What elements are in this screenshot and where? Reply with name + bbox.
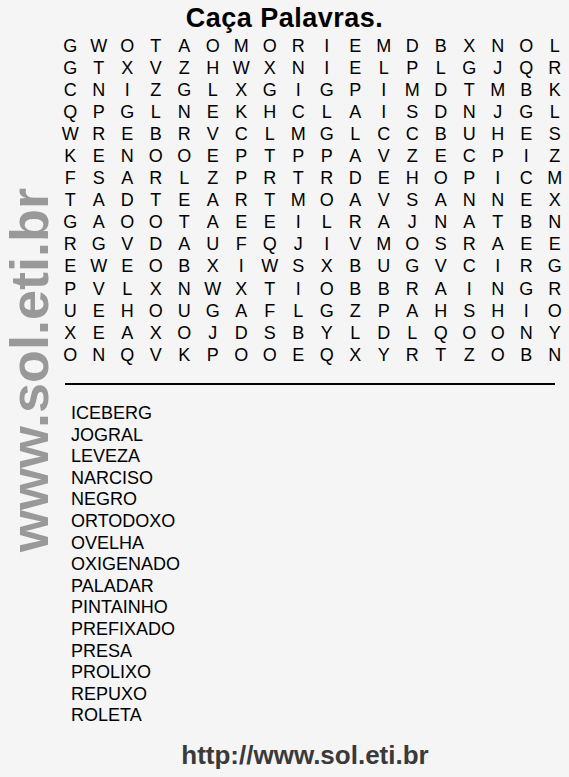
grid-cell[interactable]: H [484,300,513,322]
grid-cell[interactable]: G [313,123,342,145]
grid-cell[interactable]: N [85,344,114,366]
word-item: ICEBERG [71,403,180,425]
grid-cell[interactable]: N [427,212,456,234]
grid-cell[interactable]: E [113,256,142,278]
grid-cell[interactable]: W [256,256,285,278]
grid-cell[interactable]: E [170,190,199,212]
letter-grid: GWOTAOMORIEMDBXNOLGTXVZHWXNIELPLGJQRCNIZ… [56,35,569,366]
grid-cell[interactable]: I [484,256,513,278]
grid-cell[interactable]: O [313,190,342,212]
grid-cell[interactable]: L [427,57,456,79]
grid-cell[interactable]: D [427,101,456,123]
grid-cell[interactable]: I [512,300,541,322]
grid-cell[interactable]: N [85,79,114,101]
word-item: JOGRAL [71,425,180,447]
word-item: NARCISO [71,468,180,490]
grid-cell[interactable]: X [227,79,256,101]
grid-cell[interactable]: M [370,234,399,256]
grid-cell[interactable]: L [284,300,313,322]
grid-cell[interactable]: L [398,322,427,344]
word-item: PRESA [71,641,180,663]
grid-cell[interactable]: Z [170,57,199,79]
grid-cell[interactable]: O [113,212,142,234]
grid-cell[interactable]: Q [256,234,285,256]
grid-cell[interactable]: W [85,35,114,57]
grid-cell[interactable]: G [398,256,427,278]
grid-cell[interactable]: S [284,256,313,278]
word-item: NEGRO [71,489,180,511]
grid-cell[interactable]: G [512,101,541,123]
grid-cell[interactable]: X [199,256,228,278]
grid-cell[interactable]: C [512,168,541,190]
grid-cell[interactable]: Q [313,344,342,366]
grid-cell[interactable]: G [56,35,85,57]
grid-cell[interactable]: O [484,322,513,344]
grid-cell[interactable]: D [142,234,171,256]
grid-cell[interactable]: K [170,344,199,366]
grid-cell[interactable]: C [455,145,484,167]
grid-cell[interactable]: E [85,145,114,167]
grid-cell[interactable]: I [512,145,541,167]
grid-cell[interactable]: X [455,35,484,57]
grid-cell[interactable]: R [455,234,484,256]
grid-cell[interactable]: A [398,300,427,322]
grid-cell[interactable]: V [370,145,399,167]
grid-cell[interactable]: I [313,57,342,79]
grid-cell[interactable]: O [170,145,199,167]
grid-cell[interactable]: X [142,278,171,300]
grid-cell[interactable]: M [284,123,313,145]
grid-cell[interactable]: E [284,344,313,366]
grid-cell[interactable]: B [512,344,541,366]
grid-cell[interactable]: U [170,300,199,322]
grid-cell[interactable]: G [56,212,85,234]
grid-cell[interactable]: O [256,35,285,57]
grid-cell[interactable]: A [85,190,114,212]
grid-cell[interactable]: J [484,57,513,79]
grid-cell[interactable]: I [227,256,256,278]
word-item: OVELHA [71,533,180,555]
grid-cell[interactable]: F [56,168,85,190]
grid-cell[interactable]: R [227,190,256,212]
grid-cell[interactable]: Y [541,322,569,344]
grid-cell[interactable]: Z [199,168,228,190]
grid-cell[interactable]: N [541,344,569,366]
grid-cell[interactable]: T [142,35,171,57]
grid-cell[interactable]: G [313,79,342,101]
grid-cell[interactable]: E [85,300,114,322]
grid-cell[interactable]: M [370,35,399,57]
grid-cell[interactable]: X [56,322,85,344]
grid-cell[interactable]: T [256,145,285,167]
grid-cell[interactable]: V [341,234,370,256]
grid-cell[interactable]: R [512,256,541,278]
grid-cell[interactable]: H [199,57,228,79]
grid-cell[interactable]: T [256,190,285,212]
grid-cell[interactable]: E [227,212,256,234]
grid-cell[interactable]: L [113,278,142,300]
grid-cell[interactable]: N [484,278,513,300]
grid-cell[interactable]: E [56,256,85,278]
grid-cell[interactable]: R [170,123,199,145]
grid-cell[interactable]: B [341,278,370,300]
grid-cell[interactable]: R [256,168,285,190]
grid-cell[interactable]: S [256,322,285,344]
grid-cell[interactable]: Q [113,344,142,366]
grid-cell[interactable]: B [284,322,313,344]
grid-cell[interactable]: D [227,322,256,344]
grid-cell[interactable]: U [199,234,228,256]
word-item: PREFIXADO [71,619,180,641]
grid-cell[interactable]: R [284,35,313,57]
grid-cell[interactable]: U [370,256,399,278]
grid-cell[interactable]: A [370,212,399,234]
grid-cell[interactable]: I [113,79,142,101]
grid-cell[interactable]: I [370,101,399,123]
grid-cell[interactable]: Y [313,322,342,344]
grid-cell[interactable]: G [56,57,85,79]
grid-cell[interactable]: Z [142,79,171,101]
grid-cell[interactable]: J [398,212,427,234]
grid-cell[interactable]: O [113,35,142,57]
grid-cell[interactable]: T [85,57,114,79]
grid-cell[interactable]: N [113,145,142,167]
grid-cell[interactable]: Z [541,145,569,167]
grid-cell[interactable]: P [370,300,399,322]
grid-cell[interactable]: A [427,278,456,300]
grid-cell[interactable]: I [313,35,342,57]
grid-cell[interactable]: M [398,79,427,101]
grid-cell[interactable]: O [398,234,427,256]
grid-cell[interactable]: S [541,123,569,145]
grid-cell[interactable]: O [142,145,171,167]
grid-cell[interactable]: F [256,300,285,322]
grid-cell[interactable]: A [341,145,370,167]
grid-cell[interactable]: X [227,278,256,300]
grid-cell[interactable]: R [541,278,569,300]
grid-cell[interactable]: H [113,300,142,322]
grid-cell[interactable]: R [142,168,171,190]
grid-cell[interactable]: P [455,168,484,190]
grid-cell[interactable]: R [398,344,427,366]
grid-cell[interactable]: I [370,79,399,101]
grid-cell[interactable]: O [484,344,513,366]
grid-cell[interactable]: A [199,212,228,234]
grid-cell[interactable]: W [56,123,85,145]
grid-cell[interactable]: Q [56,101,85,123]
grid-cell[interactable]: O [541,300,569,322]
grid-cell[interactable]: G [85,234,114,256]
grid-cell[interactable]: P [85,101,114,123]
grid-cell[interactable]: A [427,190,456,212]
grid-cell[interactable]: D [113,190,142,212]
grid-cell[interactable]: R [541,57,569,79]
grid-cell[interactable]: A [113,322,142,344]
grid-cell[interactable]: V [199,123,228,145]
grid-cell[interactable]: B [370,278,399,300]
grid-cell[interactable]: H [256,101,285,123]
grid-cell[interactable]: N [170,101,199,123]
grid-cell[interactable]: L [370,57,399,79]
grid-cell[interactable]: G [455,57,484,79]
grid-cell[interactable]: K [56,145,85,167]
grid-cell[interactable]: E [541,234,569,256]
grid-cell[interactable]: W [227,57,256,79]
grid-cell[interactable]: G [256,79,285,101]
grid-cell[interactable]: D [398,35,427,57]
grid-cell[interactable]: I [484,168,513,190]
grid-cell[interactable]: X [341,344,370,366]
grid-cell[interactable]: T [256,278,285,300]
grid-cell[interactable]: N [512,322,541,344]
grid-cell[interactable]: R [85,123,114,145]
grid-cell[interactable]: P [227,145,256,167]
grid-cell[interactable]: E [427,145,456,167]
grid-cell[interactable]: Z [455,344,484,366]
grid-cell[interactable]: S [398,190,427,212]
grid-cell[interactable]: I [284,79,313,101]
grid-cell[interactable]: N [284,57,313,79]
grid-cell[interactable]: B [427,35,456,57]
grid-cell[interactable]: M [541,168,569,190]
grid-cell[interactable]: O [170,322,199,344]
grid-cell[interactable]: I [455,278,484,300]
grid-cell[interactable]: E [341,35,370,57]
grid-cell[interactable]: R [341,212,370,234]
grid-cell[interactable]: V [142,344,171,366]
page: www.sol.eti.br Caça Palavras. GWOTAOMORI… [0,0,569,777]
grid-cell[interactable]: O [427,168,456,190]
grid-cell[interactable]: O [512,35,541,57]
grid-cell[interactable]: B [142,123,171,145]
grid-cell[interactable]: I [284,278,313,300]
grid-cell[interactable]: G [199,300,228,322]
grid-cell[interactable]: T [455,79,484,101]
grid-cell[interactable]: E [113,123,142,145]
grid-cell[interactable]: L [341,322,370,344]
grid-cell[interactable]: R [56,234,85,256]
grid-cell[interactable]: C [56,79,85,101]
grid-cell[interactable]: G [313,300,342,322]
grid-cell[interactable]: S [85,168,114,190]
grid-cell[interactable]: X [142,322,171,344]
grid-cell[interactable]: Z [341,300,370,322]
grid-cell[interactable]: A [199,190,228,212]
grid-cell[interactable]: C [227,123,256,145]
grid-cell[interactable]: L [313,212,342,234]
grid-cell[interactable]: C [370,123,399,145]
grid-cell[interactable]: H [427,300,456,322]
grid-cell[interactable]: O [227,344,256,366]
grid-cell[interactable]: C [455,256,484,278]
grid-cell[interactable]: C [398,123,427,145]
grid-cell[interactable]: N [455,190,484,212]
word-item: PALADAR [71,576,180,598]
grid-cell[interactable]: M [227,35,256,57]
grid-cell[interactable]: L [199,79,228,101]
grid-cell[interactable]: A [227,300,256,322]
grid-cell[interactable]: A [455,212,484,234]
grid-cell[interactable]: I [284,212,313,234]
grid-cell[interactable]: L [170,168,199,190]
grid-cell[interactable]: L [142,101,171,123]
grid-cell[interactable]: U [56,300,85,322]
grid-cell[interactable]: L [541,101,569,123]
grid-cell[interactable]: V [427,256,456,278]
grid-cell[interactable]: X [541,190,569,212]
grid-cell[interactable]: N [484,190,513,212]
divider-line [65,383,555,385]
grid-cell[interactable]: D [370,322,399,344]
grid-cell[interactable]: E [512,190,541,212]
grid-cell[interactable]: J [284,234,313,256]
grid-cell[interactable]: L [541,35,569,57]
grid-cell[interactable]: R [398,278,427,300]
grid-cell[interactable]: V [85,278,114,300]
grid-cell[interactable]: X [113,57,142,79]
grid-cell[interactable]: A [113,168,142,190]
grid-cell[interactable]: T [142,190,171,212]
grid-cell[interactable]: P [227,168,256,190]
grid-cell[interactable]: Z [398,145,427,167]
word-item: ROLETA [71,705,180,727]
grid-cell[interactable]: S [427,234,456,256]
grid-cell[interactable]: G [512,278,541,300]
grid-cell[interactable]: N [541,212,569,234]
grid-cell[interactable]: U [455,123,484,145]
grid-cell[interactable]: D [341,168,370,190]
grid-cell[interactable]: E [370,168,399,190]
grid-cell[interactable]: A [85,212,114,234]
grid-cell[interactable]: A [341,101,370,123]
grid-cell[interactable]: E [512,123,541,145]
grid-cell[interactable]: T [284,168,313,190]
grid-cell[interactable]: W [85,256,114,278]
grid-cell[interactable]: C [284,101,313,123]
grid-cell[interactable]: D [427,79,456,101]
grid-cell[interactable]: M [284,190,313,212]
grid-cell[interactable]: V [142,57,171,79]
grid-cell[interactable]: Y [370,344,399,366]
grid-cell[interactable]: E [199,145,228,167]
grid-cell[interactable]: F [227,234,256,256]
grid-cell[interactable]: E [85,322,114,344]
grid-cell[interactable]: L [341,123,370,145]
grid-cell[interactable]: N [484,35,513,57]
grid-cell[interactable]: M [484,79,513,101]
grid-cell[interactable]: N [455,101,484,123]
grid-cell[interactable]: I [313,234,342,256]
grid-cell[interactable]: P [56,278,85,300]
grid-cell[interactable]: T [484,212,513,234]
word-item: PROLIXO [71,662,180,684]
grid-cell[interactable]: E [341,57,370,79]
word-item: ORTODOXO [71,511,180,533]
grid-cell[interactable]: A [484,234,513,256]
grid-cell[interactable]: G [170,79,199,101]
grid-cell[interactable]: B [341,256,370,278]
grid-cell[interactable]: X [313,256,342,278]
footer-url[interactable]: http://www.sol.eti.br [40,740,569,771]
grid-cell[interactable]: P [341,79,370,101]
watermark-vertical: www.sol.eti.br [0,160,59,580]
grid-cell[interactable]: P [284,145,313,167]
grid-cell[interactable]: K [541,79,569,101]
grid-cell[interactable]: G [541,256,569,278]
grid-cell[interactable]: H [398,168,427,190]
grid-cell[interactable]: B [512,212,541,234]
grid-cell[interactable]: N [170,278,199,300]
grid-cell[interactable]: O [56,344,85,366]
grid-cell[interactable]: Q [512,57,541,79]
grid-cell[interactable]: O [142,256,171,278]
grid-cell[interactable]: R [313,168,342,190]
grid-cell[interactable]: O [256,344,285,366]
grid-cell[interactable]: S [455,300,484,322]
grid-cell[interactable]: X [256,57,285,79]
grid-cell[interactable]: B [427,123,456,145]
grid-cell[interactable]: E [512,234,541,256]
grid-cell[interactable]: J [199,322,228,344]
grid-cell[interactable]: O [455,322,484,344]
grid-cell[interactable]: E [256,212,285,234]
grid-cell[interactable]: A [170,234,199,256]
grid-cell[interactable]: T [427,344,456,366]
grid-cell[interactable]: A [170,35,199,57]
grid-cell[interactable]: T [56,190,85,212]
grid-cell[interactable]: S [398,101,427,123]
grid-cell[interactable]: O [313,278,342,300]
grid-cell[interactable]: J [484,101,513,123]
puzzle-title: Caça Palavras. [0,3,569,34]
grid-cell[interactable]: W [199,278,228,300]
grid-cell[interactable]: H [484,123,513,145]
word-item: OXIGENADO [71,554,180,576]
grid-cell[interactable]: P [199,344,228,366]
grid-cell[interactable]: T [170,212,199,234]
grid-cell[interactable]: B [170,256,199,278]
grid-cell[interactable]: Q [427,322,456,344]
grid-cell[interactable]: L [256,123,285,145]
grid-cell[interactable]: P [484,145,513,167]
grid-cell[interactable]: K [227,101,256,123]
word-item: LEVEZA [71,446,180,468]
grid-cell[interactable]: A [341,190,370,212]
grid-cell[interactable]: O [142,212,171,234]
grid-cell[interactable]: O [142,300,171,322]
grid-cell[interactable]: V [113,234,142,256]
word-item: PINTAINHO [71,597,180,619]
grid-cell[interactable]: B [512,79,541,101]
grid-cell[interactable]: P [313,145,342,167]
word-item: REPUXO [71,684,180,706]
word-list: ICEBERGJOGRALLEVEZANARCISONEGROORTODOXOO… [71,403,180,727]
grid-cell[interactable]: E [199,101,228,123]
grid-cell[interactable]: L [313,101,342,123]
grid-cell[interactable]: V [370,190,399,212]
grid-cell[interactable]: P [398,57,427,79]
grid-cell[interactable]: G [113,101,142,123]
grid-cell[interactable]: O [199,35,228,57]
